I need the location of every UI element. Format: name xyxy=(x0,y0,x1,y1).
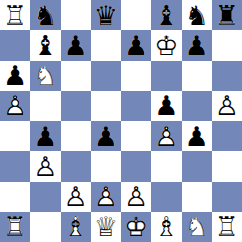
square-c2[interactable]: ♟♙ xyxy=(61,182,91,212)
square-e7[interactable]: ♙♟ xyxy=(121,30,151,60)
square-d7[interactable] xyxy=(91,30,121,60)
square-h3[interactable] xyxy=(212,151,242,181)
square-g3[interactable] xyxy=(182,151,212,181)
white-pawn: ♟♙ xyxy=(0,91,30,121)
square-h7[interactable] xyxy=(212,30,242,60)
square-d3[interactable] xyxy=(91,151,121,181)
square-e1[interactable]: ♚♔ xyxy=(121,212,151,242)
square-a5[interactable]: ♟♙ xyxy=(0,91,30,121)
black-knight: ♘♞ xyxy=(30,0,60,30)
square-e8[interactable] xyxy=(121,0,151,30)
square-d1[interactable]: ♛♕ xyxy=(91,212,121,242)
square-g7[interactable]: ♙♟ xyxy=(182,30,212,60)
square-f3[interactable] xyxy=(151,151,181,181)
white-pawn: ♟♙ xyxy=(91,182,121,212)
square-d5[interactable] xyxy=(91,91,121,121)
black-bishop: ♗♝ xyxy=(151,0,181,30)
square-g5[interactable] xyxy=(182,91,212,121)
square-c8[interactable] xyxy=(61,0,91,30)
square-d8[interactable]: ♕♛ xyxy=(91,0,121,30)
square-c3[interactable] xyxy=(61,151,91,181)
square-a8[interactable]: ♜♖ xyxy=(0,0,30,30)
square-g4[interactable]: ♙♟ xyxy=(182,121,212,151)
white-rook: ♜♖ xyxy=(0,0,30,30)
white-king: ♚♔ xyxy=(121,212,151,242)
white-pawn: ♟♙ xyxy=(212,91,242,121)
black-pawn: ♙♟ xyxy=(91,121,121,151)
square-a3[interactable] xyxy=(0,151,30,181)
square-c4[interactable] xyxy=(61,121,91,151)
square-d2[interactable]: ♟♙ xyxy=(91,182,121,212)
white-queen: ♛♕ xyxy=(91,212,121,242)
square-f6[interactable] xyxy=(151,61,181,91)
square-b6[interactable]: ♞♘ xyxy=(30,61,60,91)
square-g6[interactable] xyxy=(182,61,212,91)
square-h8[interactable]: ♖♜ xyxy=(212,0,242,30)
square-d4[interactable]: ♙♟ xyxy=(91,121,121,151)
square-h2[interactable] xyxy=(212,182,242,212)
square-f7[interactable]: ♚♔ xyxy=(151,30,181,60)
white-bishop: ♝♗ xyxy=(61,212,91,242)
black-knight: ♘♞ xyxy=(182,0,212,30)
black-pawn: ♙♟ xyxy=(0,61,30,91)
square-a1[interactable]: ♜♖ xyxy=(0,212,30,242)
white-pawn: ♟♙ xyxy=(30,151,60,181)
white-knight: ♞♘ xyxy=(30,61,60,91)
square-a6[interactable]: ♙♟ xyxy=(0,61,30,91)
square-b2[interactable] xyxy=(30,182,60,212)
square-c5[interactable] xyxy=(61,91,91,121)
square-f4[interactable]: ♟♙ xyxy=(151,121,181,151)
square-g1[interactable]: ♞♘ xyxy=(182,212,212,242)
square-c1[interactable]: ♝♗ xyxy=(61,212,91,242)
square-h4[interactable] xyxy=(212,121,242,151)
white-pawn: ♟♙ xyxy=(121,182,151,212)
square-c7[interactable]: ♙♟ xyxy=(61,30,91,60)
square-g2[interactable] xyxy=(182,182,212,212)
black-pawn: ♙♟ xyxy=(182,121,212,151)
square-f8[interactable]: ♗♝ xyxy=(151,0,181,30)
white-knight: ♞♘ xyxy=(182,212,212,242)
square-f2[interactable] xyxy=(151,182,181,212)
square-h5[interactable]: ♟♙ xyxy=(212,91,242,121)
square-b4[interactable]: ♙♟ xyxy=(30,121,60,151)
black-rook: ♖♜ xyxy=(212,0,242,30)
square-a2[interactable] xyxy=(0,182,30,212)
square-e4[interactable] xyxy=(121,121,151,151)
black-pawn: ♙♟ xyxy=(61,30,91,60)
square-f5[interactable]: ♙♟ xyxy=(151,91,181,121)
white-rook: ♜♖ xyxy=(212,212,242,242)
square-h1[interactable]: ♜♖ xyxy=(212,212,242,242)
black-pawn: ♙♟ xyxy=(121,30,151,60)
square-b1[interactable] xyxy=(30,212,60,242)
square-e6[interactable] xyxy=(121,61,151,91)
black-pawn: ♙♟ xyxy=(30,121,60,151)
square-a4[interactable] xyxy=(0,121,30,151)
black-pawn: ♙♟ xyxy=(151,91,181,121)
black-queen: ♕♛ xyxy=(91,0,121,30)
black-bishop: ♗♝ xyxy=(30,30,60,60)
square-f1[interactable]: ♝♗ xyxy=(151,212,181,242)
white-king: ♚♔ xyxy=(151,30,181,60)
square-e3[interactable] xyxy=(121,151,151,181)
white-pawn: ♟♙ xyxy=(151,121,181,151)
square-d6[interactable] xyxy=(91,61,121,91)
square-e2[interactable]: ♟♙ xyxy=(121,182,151,212)
white-rook: ♜♖ xyxy=(0,212,30,242)
chess-board: ♜♖♘♞♕♛♗♝♘♞♖♜♗♝♙♟♙♟♚♔♙♟♙♟♞♘♟♙♙♟♟♙♙♟♙♟♟♙♙♟… xyxy=(0,0,242,242)
square-g8[interactable]: ♘♞ xyxy=(182,0,212,30)
white-pawn: ♟♙ xyxy=(61,182,91,212)
square-e5[interactable] xyxy=(121,91,151,121)
square-a7[interactable] xyxy=(0,30,30,60)
square-b5[interactable] xyxy=(30,91,60,121)
square-b7[interactable]: ♗♝ xyxy=(30,30,60,60)
square-h6[interactable] xyxy=(212,61,242,91)
square-b3[interactable]: ♟♙ xyxy=(30,151,60,181)
square-c6[interactable] xyxy=(61,61,91,91)
black-pawn: ♙♟ xyxy=(182,30,212,60)
square-b8[interactable]: ♘♞ xyxy=(30,0,60,30)
white-bishop: ♝♗ xyxy=(151,212,181,242)
